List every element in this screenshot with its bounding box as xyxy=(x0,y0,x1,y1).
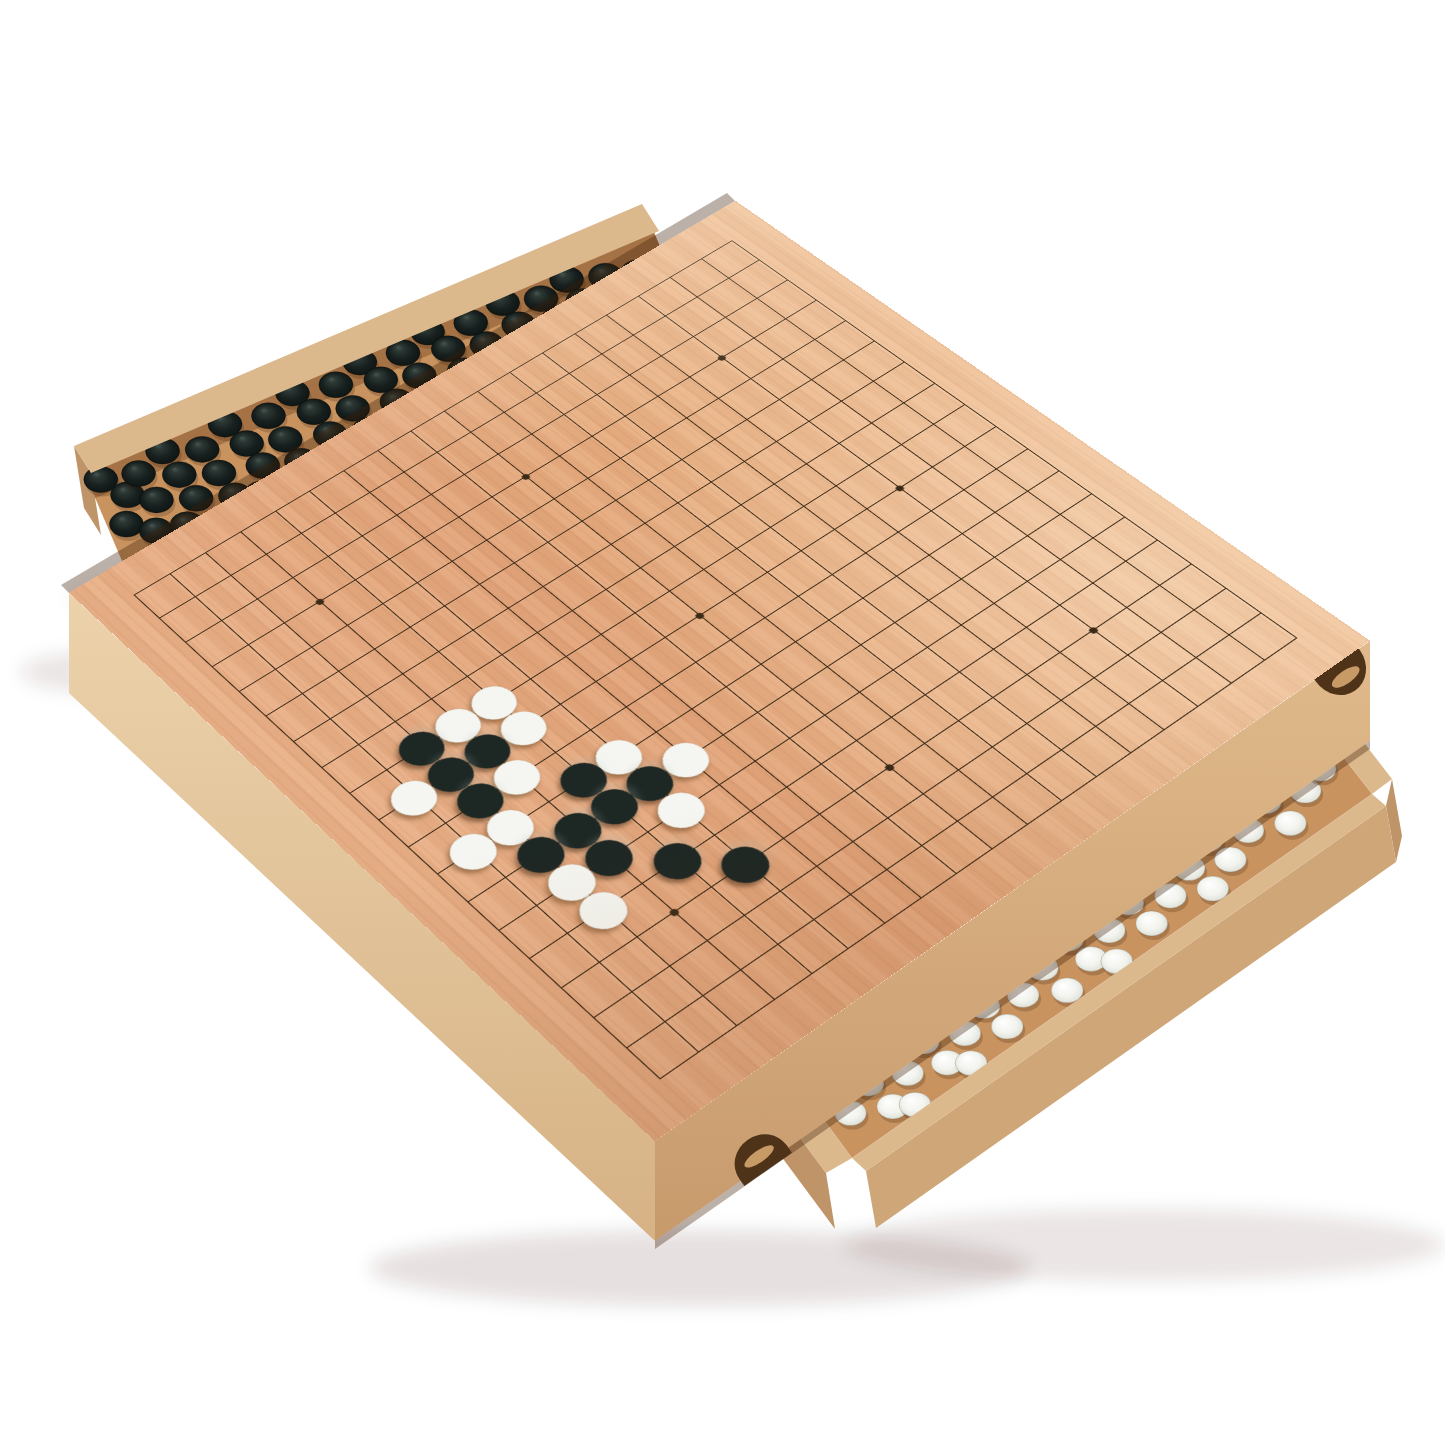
tray-stone-black[interactable] xyxy=(185,436,219,462)
soft-shadow xyxy=(845,1209,1445,1281)
tray-stone-black[interactable] xyxy=(251,403,285,429)
tray-stone-black[interactable] xyxy=(297,399,331,425)
tray-stone-white[interactable] xyxy=(1274,811,1306,836)
scene: ●●●●●●●●●●●●●●●●●●●●●●●● xyxy=(0,0,1445,1445)
tray-stone-black[interactable] xyxy=(109,511,143,537)
tray-stone-white[interactable] xyxy=(991,1014,1023,1039)
tray-stone-black[interactable] xyxy=(122,461,156,487)
tray-stone-white[interactable] xyxy=(1051,978,1083,1003)
tray-stone-black[interactable] xyxy=(162,462,196,488)
tray-stone-black[interactable] xyxy=(139,487,173,513)
tray-stone-black[interactable] xyxy=(319,372,353,398)
tray-stone-white[interactable] xyxy=(1136,911,1168,936)
tray-stone-black[interactable] xyxy=(202,460,236,486)
tray-stone-white[interactable] xyxy=(1197,876,1229,901)
